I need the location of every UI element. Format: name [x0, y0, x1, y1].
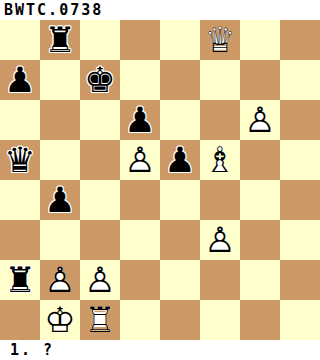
square-f2[interactable] — [200, 260, 240, 300]
square-d2[interactable] — [120, 260, 160, 300]
piece-outline: ♗ — [200, 140, 240, 180]
black-rook-a2[interactable]: ♜ — [0, 260, 40, 300]
square-e7[interactable] — [160, 60, 200, 100]
square-g8[interactable] — [240, 20, 280, 60]
chess-board: ♜♛♕♟♚♟♟♙♛♟♙♟♝♗♟♟♙♜♟♙♟♙♚♔♜♖ — [0, 20, 320, 340]
piece-outline: ♖ — [80, 300, 120, 340]
square-a5[interactable]: ♛ — [0, 140, 40, 180]
square-h1[interactable] — [280, 300, 320, 340]
square-e8[interactable] — [160, 20, 200, 60]
square-c8[interactable] — [80, 20, 120, 60]
square-a6[interactable] — [0, 100, 40, 140]
square-h6[interactable] — [280, 100, 320, 140]
square-f7[interactable] — [200, 60, 240, 100]
square-b2[interactable]: ♟♙ — [40, 260, 80, 300]
square-c2[interactable]: ♟♙ — [80, 260, 120, 300]
square-g3[interactable] — [240, 220, 280, 260]
square-f1[interactable] — [200, 300, 240, 340]
white-queen-f8[interactable]: ♛♕ — [200, 20, 240, 60]
square-e4[interactable] — [160, 180, 200, 220]
square-f4[interactable] — [200, 180, 240, 220]
piece-outline: ♕ — [200, 20, 240, 60]
white-pawn-c2[interactable]: ♟♙ — [80, 260, 120, 300]
white-bishop-f5[interactable]: ♝♗ — [200, 140, 240, 180]
square-d1[interactable] — [120, 300, 160, 340]
square-d6[interactable]: ♟ — [120, 100, 160, 140]
square-d8[interactable] — [120, 20, 160, 60]
square-g6[interactable]: ♟♙ — [240, 100, 280, 140]
piece-outline: ♙ — [80, 260, 120, 300]
black-queen-a5[interactable]: ♛ — [0, 140, 40, 180]
square-b7[interactable] — [40, 60, 80, 100]
square-b4[interactable]: ♟ — [40, 180, 80, 220]
square-e5[interactable]: ♟ — [160, 140, 200, 180]
square-h4[interactable] — [280, 180, 320, 220]
white-pawn-g6[interactable]: ♟♙ — [240, 100, 280, 140]
piece-outline: ♔ — [40, 300, 80, 340]
piece-outline: ♙ — [240, 100, 280, 140]
square-b6[interactable] — [40, 100, 80, 140]
white-pawn-d5[interactable]: ♟♙ — [120, 140, 160, 180]
square-a7[interactable]: ♟ — [0, 60, 40, 100]
square-d4[interactable] — [120, 180, 160, 220]
piece-outline: ♙ — [120, 140, 160, 180]
move-prompt: 1. ? — [0, 340, 320, 360]
square-d7[interactable] — [120, 60, 160, 100]
square-h3[interactable] — [280, 220, 320, 260]
square-e2[interactable] — [160, 260, 200, 300]
square-d5[interactable]: ♟♙ — [120, 140, 160, 180]
square-c5[interactable] — [80, 140, 120, 180]
square-c7[interactable]: ♚ — [80, 60, 120, 100]
piece-outline: ♙ — [40, 260, 80, 300]
square-a3[interactable] — [0, 220, 40, 260]
square-c6[interactable] — [80, 100, 120, 140]
square-a8[interactable] — [0, 20, 40, 60]
square-c4[interactable] — [80, 180, 120, 220]
square-e3[interactable] — [160, 220, 200, 260]
square-g2[interactable] — [240, 260, 280, 300]
problem-id: BWTC.0738 — [0, 0, 320, 20]
square-a4[interactable] — [0, 180, 40, 220]
black-king-c7[interactable]: ♚ — [80, 60, 120, 100]
square-b3[interactable] — [40, 220, 80, 260]
square-f5[interactable]: ♝♗ — [200, 140, 240, 180]
square-h8[interactable] — [280, 20, 320, 60]
square-c3[interactable] — [80, 220, 120, 260]
black-pawn-b4[interactable]: ♟ — [40, 180, 80, 220]
square-f3[interactable]: ♟♙ — [200, 220, 240, 260]
square-c1[interactable]: ♜♖ — [80, 300, 120, 340]
square-h2[interactable] — [280, 260, 320, 300]
white-rook-c1[interactable]: ♜♖ — [80, 300, 120, 340]
white-king-b1[interactable]: ♚♔ — [40, 300, 80, 340]
square-f8[interactable]: ♛♕ — [200, 20, 240, 60]
square-f6[interactable] — [200, 100, 240, 140]
square-a1[interactable] — [0, 300, 40, 340]
black-pawn-a7[interactable]: ♟ — [0, 60, 40, 100]
square-g7[interactable] — [240, 60, 280, 100]
piece-outline: ♙ — [200, 220, 240, 260]
square-g1[interactable] — [240, 300, 280, 340]
square-g5[interactable] — [240, 140, 280, 180]
square-b8[interactable]: ♜ — [40, 20, 80, 60]
square-e6[interactable] — [160, 100, 200, 140]
square-h7[interactable] — [280, 60, 320, 100]
white-pawn-b2[interactable]: ♟♙ — [40, 260, 80, 300]
black-pawn-e5[interactable]: ♟ — [160, 140, 200, 180]
square-b5[interactable] — [40, 140, 80, 180]
square-a2[interactable]: ♜ — [0, 260, 40, 300]
white-pawn-f3[interactable]: ♟♙ — [200, 220, 240, 260]
black-pawn-d6[interactable]: ♟ — [120, 100, 160, 140]
square-d3[interactable] — [120, 220, 160, 260]
black-rook-b8[interactable]: ♜ — [40, 20, 80, 60]
square-g4[interactable] — [240, 180, 280, 220]
square-h5[interactable] — [280, 140, 320, 180]
square-e1[interactable] — [160, 300, 200, 340]
square-b1[interactable]: ♚♔ — [40, 300, 80, 340]
